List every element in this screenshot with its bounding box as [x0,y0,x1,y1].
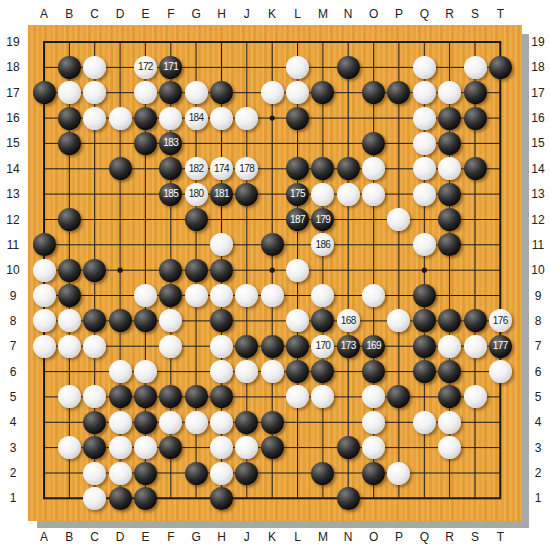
black-stone[interactable]: 173 [337,335,360,358]
white-stone[interactable]: 180 [185,183,208,206]
white-stone[interactable] [489,360,512,383]
black-stone[interactable] [109,487,132,510]
white-stone[interactable] [286,56,309,79]
black-stone[interactable] [210,487,233,510]
black-stone[interactable] [337,436,360,459]
white-stone[interactable] [210,107,233,130]
white-stone[interactable] [58,436,81,459]
black-stone[interactable] [58,56,81,79]
white-stone[interactable] [413,81,436,104]
row-label: 11 [527,238,549,252]
row-label: 10 [527,263,549,277]
white-stone[interactable] [58,81,81,104]
white-stone[interactable] [464,335,487,358]
black-stone[interactable] [235,183,258,206]
row-label: 15 [527,136,549,150]
black-stone[interactable]: 169 [362,335,385,358]
white-stone[interactable] [83,462,106,485]
row-label: 7 [2,339,24,353]
star-point [118,268,123,273]
column-label: R [439,7,461,21]
white-stone[interactable]: 184 [185,107,208,130]
white-stone[interactable] [83,107,106,130]
column-label: N [337,7,359,21]
black-stone[interactable] [33,81,56,104]
white-stone[interactable] [210,284,233,307]
move-number: 183 [163,138,178,148]
move-number: 179 [315,215,330,225]
white-stone[interactable] [33,259,56,282]
white-stone[interactable] [413,157,436,180]
move-number: 176 [493,316,508,326]
black-stone[interactable] [58,107,81,130]
column-label: F [160,7,182,21]
row-label: 16 [2,111,24,125]
row-label: 19 [2,35,24,49]
black-stone[interactable] [464,309,487,332]
black-stone[interactable] [438,183,461,206]
black-stone[interactable] [134,487,157,510]
column-label: R [439,530,461,544]
column-label: F [160,530,182,544]
star-point [270,116,275,121]
black-stone[interactable] [109,385,132,408]
black-stone[interactable] [464,107,487,130]
black-stone[interactable] [464,81,487,104]
move-number: 181 [214,189,229,199]
black-stone[interactable] [134,462,157,485]
column-label: E [134,7,156,21]
white-stone[interactable] [286,259,309,282]
white-stone[interactable] [210,360,233,383]
column-label: K [261,7,283,21]
row-label: 6 [2,365,24,379]
white-stone[interactable]: 170 [311,335,334,358]
row-label: 16 [527,111,549,125]
black-stone[interactable] [261,411,284,434]
row-label: 17 [527,86,549,100]
column-label: T [489,530,511,544]
row-label: 6 [527,365,549,379]
row-label: 14 [2,162,24,176]
white-stone[interactable] [134,81,157,104]
row-label: 19 [527,35,549,49]
white-stone[interactable] [362,411,385,434]
row-label: 3 [2,441,24,455]
white-stone[interactable] [261,284,284,307]
white-stone[interactable] [134,436,157,459]
column-label: K [261,530,283,544]
column-label: E [134,530,156,544]
white-stone[interactable] [413,411,436,434]
move-number: 171 [163,62,178,72]
column-label: C [84,7,106,21]
black-stone[interactable] [83,411,106,434]
black-stone[interactable] [362,462,385,485]
row-label: 17 [2,86,24,100]
move-number: 187 [290,215,305,225]
black-stone[interactable] [413,360,436,383]
white-stone[interactable] [413,132,436,155]
column-label: S [464,7,486,21]
column-label: D [109,7,131,21]
column-label: T [489,7,511,21]
black-stone[interactable] [33,233,56,256]
row-label: 13 [2,187,24,201]
white-stone[interactable] [362,284,385,307]
column-label: P [388,7,410,21]
white-stone[interactable] [235,107,258,130]
move-number: 173 [341,341,356,351]
white-stone[interactable] [413,183,436,206]
move-number: 186 [315,240,330,250]
black-stone[interactable]: 187 [286,208,309,231]
black-stone[interactable] [159,259,182,282]
white-stone[interactable] [159,107,182,130]
black-stone[interactable] [413,335,436,358]
white-stone[interactable] [464,56,487,79]
black-stone[interactable] [413,284,436,307]
white-stone[interactable] [159,335,182,358]
column-label: G [185,7,207,21]
white-stone[interactable] [438,335,461,358]
column-label: L [287,530,309,544]
row-label: 1 [527,491,549,505]
white-stone[interactable] [109,360,132,383]
row-label: 12 [2,213,24,227]
black-stone[interactable] [83,259,106,282]
column-label: D [109,530,131,544]
white-stone[interactable] [109,411,132,434]
move-number: 184 [189,113,204,123]
white-stone[interactable] [464,385,487,408]
move-number: 185 [163,189,178,199]
row-label: 8 [2,314,24,328]
white-stone[interactable] [185,81,208,104]
go-kifu-page: ABCDEFGHJKLMNOPQRST ABCDEFGHJKLMNOPQRST … [0,0,550,550]
black-stone[interactable] [337,157,360,180]
black-stone[interactable]: 181 [210,183,233,206]
move-number: 172 [138,62,153,72]
black-stone[interactable] [134,411,157,434]
move-number: 175 [290,189,305,199]
column-label: Q [413,7,435,21]
white-stone[interactable] [159,411,182,434]
row-label: 5 [527,390,549,404]
column-label: J [236,530,258,544]
row-label: 8 [527,314,549,328]
star-point [422,268,427,273]
white-stone[interactable] [261,360,284,383]
column-label: N [337,530,359,544]
white-stone[interactable] [33,335,56,358]
black-stone[interactable] [489,56,512,79]
black-stone[interactable] [210,259,233,282]
column-label: B [58,530,80,544]
black-stone[interactable]: 185 [159,183,182,206]
black-stone[interactable] [438,132,461,155]
black-stone[interactable] [362,132,385,155]
row-label: 15 [2,136,24,150]
row-label: 11 [2,238,24,252]
black-stone[interactable] [286,107,309,130]
move-number: 180 [189,189,204,199]
row-label: 13 [527,187,549,201]
row-label: 9 [2,289,24,303]
black-stone[interactable] [185,385,208,408]
black-stone[interactable] [185,259,208,282]
black-stone[interactable] [261,335,284,358]
row-label: 4 [2,415,24,429]
row-label: 4 [527,415,549,429]
white-stone[interactable]: 172 [134,56,157,79]
row-label: 9 [527,289,549,303]
black-stone[interactable] [286,360,309,383]
black-stone[interactable]: 175 [286,183,309,206]
column-label: Q [413,530,435,544]
column-label: G [185,530,207,544]
move-number: 170 [315,341,330,351]
black-stone[interactable] [58,284,81,307]
white-stone[interactable] [109,107,132,130]
column-label: O [363,530,385,544]
white-stone[interactable] [210,411,233,434]
column-label: A [33,530,55,544]
white-stone[interactable] [210,335,233,358]
column-label: J [236,7,258,21]
column-label: P [388,530,410,544]
white-stone[interactable] [134,360,157,383]
row-label: 10 [2,263,24,277]
white-stone[interactable] [134,284,157,307]
column-label: M [312,530,334,544]
white-stone[interactable] [362,183,385,206]
white-stone[interactable] [261,81,284,104]
black-stone[interactable] [185,462,208,485]
black-stone[interactable] [311,462,334,485]
move-number: 182 [189,164,204,174]
move-number: 178 [239,164,254,174]
column-label: H [211,530,233,544]
white-stone[interactable] [413,107,436,130]
row-label: 18 [2,60,24,74]
black-stone[interactable] [109,157,132,180]
column-label: M [312,7,334,21]
white-stone[interactable]: 168 [337,309,360,332]
column-label: O [363,7,385,21]
white-stone[interactable] [185,284,208,307]
move-number: 169 [366,341,381,351]
white-stone[interactable] [58,335,81,358]
column-label: L [287,7,309,21]
black-stone[interactable] [337,56,360,79]
black-stone[interactable] [109,309,132,332]
row-label: 5 [2,390,24,404]
white-stone[interactable] [413,56,436,79]
black-stone[interactable] [438,208,461,231]
black-stone[interactable] [261,436,284,459]
white-stone[interactable] [109,462,132,485]
star-point [270,268,275,273]
move-number: 168 [341,316,356,326]
black-stone[interactable] [58,208,81,231]
black-stone[interactable] [261,233,284,256]
row-label: 2 [527,466,549,480]
white-stone[interactable] [83,487,106,510]
black-stone[interactable] [337,487,360,510]
row-label: 1 [2,491,24,505]
column-label: C [84,530,106,544]
black-stone[interactable] [134,132,157,155]
white-stone[interactable] [210,462,233,485]
black-stone[interactable] [185,208,208,231]
black-stone[interactable] [134,107,157,130]
black-stone[interactable] [235,462,258,485]
row-label: 14 [527,162,549,176]
black-stone[interactable] [58,132,81,155]
row-label: 18 [527,60,549,74]
white-stone[interactable] [83,56,106,79]
white-stone[interactable] [311,183,334,206]
black-stone[interactable]: 177 [489,335,512,358]
white-stone[interactable] [33,284,56,307]
white-stone[interactable] [387,462,410,485]
column-label: B [58,7,80,21]
black-stone[interactable] [235,335,258,358]
black-stone[interactable] [235,411,258,434]
white-stone[interactable] [438,411,461,434]
black-stone[interactable] [286,335,309,358]
black-stone[interactable] [438,107,461,130]
white-stone[interactable] [210,436,233,459]
white-stone[interactable] [413,233,436,256]
white-stone[interactable] [109,436,132,459]
move-number: 177 [493,341,508,351]
white-stone[interactable] [83,335,106,358]
white-stone[interactable]: 182 [185,157,208,180]
row-label: 7 [527,339,549,353]
black-stone[interactable] [464,157,487,180]
go-board[interactable]: 1721711841831821741781851801811751871791… [28,25,522,521]
white-stone[interactable] [337,183,360,206]
white-stone[interactable] [33,309,56,332]
row-label: 3 [527,441,549,455]
white-stone[interactable] [185,411,208,434]
column-label: S [464,530,486,544]
row-label: 12 [527,213,549,227]
column-label: A [33,7,55,21]
black-stone[interactable] [58,259,81,282]
move-number: 174 [214,164,229,174]
column-label: H [211,7,233,21]
row-label: 2 [2,466,24,480]
